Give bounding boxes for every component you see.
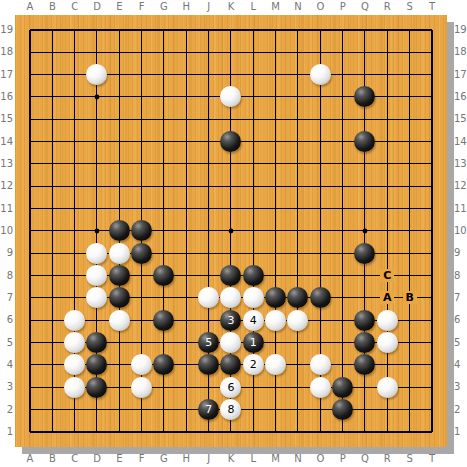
coord-bottom-G: G [153,452,175,466]
coord-left-2: 2 [0,403,13,417]
coord-top-F: F [131,0,153,14]
coord-right-2: 2 [454,403,467,417]
move-number-3: 3 [227,315,234,326]
coord-right-11: 11 [454,202,467,216]
coord-right-1: 1 [454,425,467,439]
coord-bottom-F: F [131,452,153,466]
coord-bottom-L: L [242,452,264,466]
stone-white-M6 [265,310,286,331]
coord-top-M: M [265,0,287,14]
coord-bottom-O: O [309,452,331,466]
star-point-D16 [95,95,100,100]
coord-bottom-T: T [421,452,443,466]
move-number-2: 2 [250,359,257,370]
coord-bottom-K: K [220,452,242,466]
coord-top-B: B [41,0,63,14]
stone-white-O17 [310,64,331,85]
coord-bottom-R: R [376,452,398,466]
move-number-4: 4 [250,315,257,326]
coord-top-S: S [399,0,421,14]
coord-left-14: 14 [0,135,13,149]
coord-left-5: 5 [0,336,13,350]
coord-bottom-Q: Q [354,452,376,466]
point-label-C: C [380,269,394,282]
coord-left-11: 11 [0,202,13,216]
coord-left-15: 15 [0,112,13,126]
coord-left-19: 19 [0,23,13,37]
coord-left-1: 1 [0,425,13,439]
coord-left-16: 16 [0,90,13,104]
coord-bottom-A: A [19,452,41,466]
stone-black-P3 [332,377,353,398]
coord-left-10: 10 [0,224,13,238]
move-number-8: 8 [227,404,234,415]
coord-left-17: 17 [0,68,13,82]
coord-bottom-J: J [198,452,220,466]
move-number-6: 6 [227,382,234,393]
coord-top-A: A [19,0,41,14]
move-number-1: 1 [250,337,257,348]
coord-bottom-N: N [287,452,309,466]
goban[interactable]: 35174268ABC [15,15,447,447]
coord-right-18: 18 [454,45,467,59]
coord-top-G: G [153,0,175,14]
stone-white-E6 [109,310,130,331]
coord-top-N: N [287,0,309,14]
coord-bottom-E: E [108,452,130,466]
coord-left-13: 13 [0,157,13,171]
coord-left-18: 18 [0,45,13,59]
coord-bottom-H: H [175,452,197,466]
star-point-Q10 [363,229,368,234]
move-number-7: 7 [205,404,212,415]
stone-black-L8 [243,265,264,286]
coord-right-7: 7 [454,291,467,305]
coord-bottom-D: D [86,452,108,466]
stone-white-F3 [131,377,152,398]
stone-white-E9 [109,243,130,264]
point-label-B: B [403,291,417,304]
stone-white-C3 [64,377,85,398]
coord-right-9: 9 [454,246,467,260]
stone-white-R6 [377,310,398,331]
go-diagram: 35174268ABC AABBCCDDEEFFGGHHJJKKLLMMNNOO… [0,0,467,467]
coord-left-3: 3 [0,380,13,394]
stone-black-L5: 1 [243,332,264,353]
coord-right-5: 5 [454,336,467,350]
star-point-K10 [229,229,234,234]
coord-left-8: 8 [0,269,13,283]
coord-top-K: K [220,0,242,14]
coord-right-6: 6 [454,313,467,327]
coord-right-3: 3 [454,380,467,394]
coord-bottom-P: P [332,452,354,466]
coord-left-6: 6 [0,313,13,327]
coord-top-O: O [309,0,331,14]
move-number-5: 5 [205,337,212,348]
stone-white-R5 [377,332,398,353]
coord-right-15: 15 [454,112,467,126]
stone-white-O3 [310,377,331,398]
coord-left-4: 4 [0,358,13,372]
point-label-A: A [380,291,394,304]
coord-top-P: P [332,0,354,14]
coord-right-13: 13 [454,157,467,171]
coord-top-H: H [175,0,197,14]
stone-white-R3 [377,377,398,398]
stone-black-E8 [109,265,130,286]
stone-white-L6: 4 [243,310,264,331]
coord-top-L: L [242,0,264,14]
coord-top-D: D [86,0,108,14]
coord-top-R: R [376,0,398,14]
coord-right-12: 12 [454,179,467,193]
coord-right-19: 19 [454,23,467,37]
coord-right-17: 17 [454,68,467,82]
coord-right-10: 10 [454,224,467,238]
coord-top-C: C [64,0,86,14]
stone-black-F9 [131,243,152,264]
coord-bottom-B: B [41,452,63,466]
coord-right-8: 8 [454,269,467,283]
coord-top-Q: Q [354,0,376,14]
coord-top-T: T [421,0,443,14]
coord-bottom-C: C [64,452,86,466]
coord-left-9: 9 [0,246,13,260]
stone-white-C6 [64,310,85,331]
coord-left-7: 7 [0,291,13,305]
coord-right-4: 4 [454,358,467,372]
coord-right-16: 16 [454,90,467,104]
star-point-D10 [95,229,100,234]
coord-right-14: 14 [454,135,467,149]
coord-top-E: E [108,0,130,14]
coord-bottom-S: S [399,452,421,466]
coord-left-12: 12 [0,179,13,193]
coord-bottom-M: M [265,452,287,466]
coord-top-J: J [198,0,220,14]
